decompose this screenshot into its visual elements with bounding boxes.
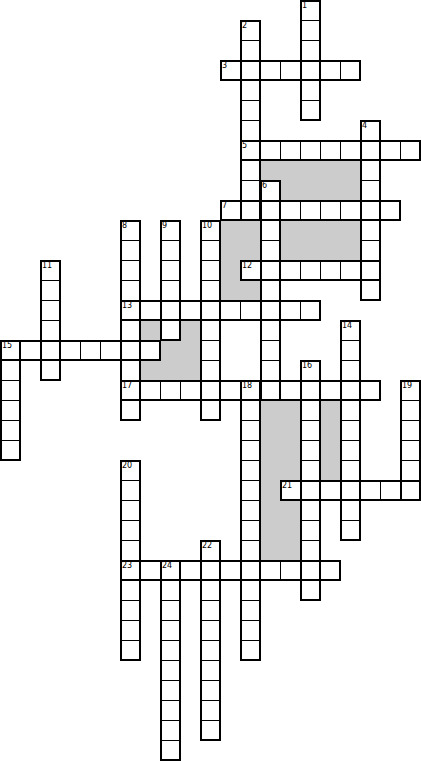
cell[interactable] — [160, 700, 181, 721]
cell[interactable] — [120, 640, 141, 661]
cell[interactable] — [120, 500, 141, 521]
cell[interactable] — [120, 340, 141, 361]
cell[interactable] — [340, 340, 361, 361]
cell[interactable] — [300, 100, 321, 121]
shaded-cell — [320, 440, 341, 461]
cell[interactable] — [260, 300, 281, 321]
cell[interactable] — [120, 320, 141, 341]
cell[interactable] — [160, 240, 181, 261]
cell[interactable] — [300, 40, 321, 61]
cell[interactable] — [240, 500, 261, 521]
cell[interactable] — [200, 340, 221, 361]
cell[interactable] — [320, 140, 341, 161]
cell[interactable] — [200, 720, 221, 741]
cell[interactable] — [260, 60, 281, 81]
cell[interactable] — [400, 380, 421, 401]
cell[interactable] — [240, 400, 261, 421]
cell[interactable] — [360, 280, 381, 301]
cell[interactable] — [160, 600, 181, 621]
cell[interactable] — [200, 400, 221, 421]
cell[interactable] — [360, 120, 381, 141]
cell[interactable] — [340, 200, 361, 221]
cell[interactable] — [220, 300, 241, 321]
shaded-cell — [280, 540, 301, 561]
cell[interactable] — [340, 320, 361, 341]
cell[interactable] — [240, 160, 261, 181]
cell[interactable] — [240, 460, 261, 481]
shaded-cell — [220, 220, 241, 241]
cell[interactable] — [160, 680, 181, 701]
shaded-cell — [320, 460, 341, 481]
cell[interactable] — [200, 640, 221, 661]
cell[interactable] — [220, 560, 241, 581]
cell[interactable] — [300, 300, 321, 321]
cell[interactable] — [120, 560, 141, 581]
shaded-cell — [300, 160, 321, 181]
cell[interactable] — [240, 180, 261, 201]
shaded-cell — [340, 180, 361, 201]
shaded-cell — [220, 240, 241, 261]
shaded-cell — [240, 280, 261, 301]
cell[interactable] — [0, 380, 21, 401]
shaded-cell — [340, 220, 361, 241]
cell[interactable] — [300, 420, 321, 441]
cell[interactable] — [140, 560, 161, 581]
shaded-cell — [140, 320, 161, 341]
shaded-cell — [280, 420, 301, 441]
cell[interactable] — [360, 480, 381, 501]
cell[interactable] — [300, 80, 321, 101]
cell[interactable] — [160, 740, 181, 761]
cell[interactable] — [320, 200, 341, 221]
cell[interactable] — [120, 300, 141, 321]
shaded-cell — [320, 220, 341, 241]
cell[interactable] — [40, 360, 61, 381]
cell[interactable] — [260, 200, 281, 221]
cell[interactable] — [260, 220, 281, 241]
cell[interactable] — [120, 260, 141, 281]
cell[interactable] — [240, 100, 261, 121]
cell[interactable] — [160, 280, 181, 301]
cell[interactable] — [160, 380, 181, 401]
shaded-cell — [260, 540, 281, 561]
cell[interactable] — [160, 720, 181, 741]
shaded-cell — [320, 420, 341, 441]
shaded-cell — [280, 500, 301, 521]
shaded-cell — [140, 360, 161, 381]
shaded-cell — [160, 360, 181, 381]
cell[interactable] — [280, 300, 301, 321]
cell[interactable] — [280, 260, 301, 281]
cell[interactable] — [360, 180, 381, 201]
cell[interactable] — [340, 440, 361, 461]
cell[interactable] — [320, 260, 341, 281]
cell[interactable] — [120, 520, 141, 541]
cell[interactable] — [300, 460, 321, 481]
cell[interactable] — [120, 380, 141, 401]
cell[interactable] — [280, 380, 301, 401]
shaded-cell — [320, 400, 341, 421]
cell[interactable] — [200, 620, 221, 641]
cell[interactable] — [120, 480, 141, 501]
cell[interactable] — [260, 340, 281, 361]
cell[interactable] — [180, 560, 201, 581]
cell[interactable] — [400, 140, 421, 161]
cell[interactable] — [260, 240, 281, 261]
cell[interactable] — [240, 40, 261, 61]
cell[interactable] — [160, 580, 181, 601]
cell[interactable] — [300, 260, 321, 281]
cell[interactable] — [240, 440, 261, 461]
cell[interactable] — [200, 560, 221, 581]
cell[interactable] — [340, 360, 361, 381]
shaded-cell — [280, 400, 301, 421]
cell[interactable] — [40, 300, 61, 321]
cell[interactable] — [300, 400, 321, 421]
cell[interactable] — [200, 360, 221, 381]
cell[interactable] — [20, 340, 41, 361]
cell[interactable] — [120, 620, 141, 641]
cell[interactable] — [200, 540, 221, 561]
shaded-cell — [280, 180, 301, 201]
cell[interactable] — [200, 600, 221, 621]
cell[interactable] — [200, 580, 221, 601]
cell[interactable] — [140, 300, 161, 321]
shaded-cell — [340, 240, 361, 261]
cell[interactable] — [140, 340, 161, 361]
cell[interactable] — [360, 140, 381, 161]
cell[interactable] — [160, 620, 181, 641]
cell[interactable] — [300, 520, 321, 541]
cell[interactable] — [240, 300, 261, 321]
shaded-cell — [240, 240, 261, 261]
shaded-cell — [280, 520, 301, 541]
cell[interactable] — [360, 200, 381, 221]
cell[interactable] — [260, 560, 281, 581]
cell[interactable] — [200, 380, 221, 401]
cell[interactable] — [200, 660, 221, 681]
cell[interactable] — [200, 240, 221, 261]
cell[interactable] — [160, 300, 181, 321]
cell[interactable] — [220, 60, 241, 81]
cell[interactable] — [240, 200, 261, 221]
cell[interactable] — [320, 560, 341, 581]
cell[interactable] — [40, 340, 61, 361]
cell[interactable] — [360, 220, 381, 241]
cell[interactable] — [120, 240, 141, 261]
shaded-cell — [280, 220, 301, 241]
cell[interactable] — [260, 320, 281, 341]
cell[interactable] — [160, 220, 181, 241]
cell[interactable] — [0, 440, 21, 461]
cell[interactable] — [240, 600, 261, 621]
shaded-cell — [260, 440, 281, 461]
cell[interactable] — [300, 380, 321, 401]
shaded-cell — [340, 160, 361, 181]
shaded-cell — [280, 440, 301, 461]
shaded-cell — [260, 420, 281, 441]
cell[interactable] — [300, 200, 321, 221]
cell[interactable] — [280, 140, 301, 161]
cell[interactable] — [240, 380, 261, 401]
cell[interactable] — [340, 460, 361, 481]
shaded-cell — [220, 280, 241, 301]
cell[interactable] — [260, 260, 281, 281]
shaded-cell — [260, 400, 281, 421]
shaded-cell — [300, 220, 321, 241]
cell[interactable] — [260, 360, 281, 381]
cell[interactable] — [240, 540, 261, 561]
cell[interactable] — [240, 560, 261, 581]
cell[interactable] — [240, 580, 261, 601]
cell[interactable] — [120, 600, 141, 621]
cell[interactable] — [320, 60, 341, 81]
cell[interactable] — [260, 280, 281, 301]
shaded-cell — [260, 500, 281, 521]
cell[interactable] — [120, 400, 141, 421]
cell[interactable] — [400, 480, 421, 501]
cell[interactable] — [260, 380, 281, 401]
cell[interactable] — [120, 280, 141, 301]
cell[interactable] — [340, 380, 361, 401]
cell[interactable] — [60, 340, 81, 361]
cell[interactable] — [340, 60, 361, 81]
cell[interactable] — [200, 320, 221, 341]
cell[interactable] — [160, 320, 181, 341]
shaded-cell — [160, 340, 181, 361]
cell[interactable] — [260, 180, 281, 201]
cell[interactable] — [340, 260, 361, 281]
cell[interactable] — [180, 300, 201, 321]
cell[interactable] — [180, 380, 201, 401]
shaded-cell — [320, 240, 341, 261]
cell[interactable] — [300, 560, 321, 581]
shaded-cell — [280, 240, 301, 261]
cell[interactable] — [240, 120, 261, 141]
cell[interactable] — [240, 520, 261, 541]
shaded-cell — [240, 220, 261, 241]
cell[interactable] — [220, 200, 241, 221]
shaded-cell — [260, 520, 281, 541]
cell[interactable] — [400, 440, 421, 461]
shaded-cell — [320, 160, 341, 181]
cell[interactable] — [0, 420, 21, 441]
cell[interactable] — [340, 420, 361, 441]
cell[interactable] — [340, 520, 361, 541]
cell[interactable] — [360, 240, 381, 261]
cell[interactable] — [300, 140, 321, 161]
cell[interactable] — [300, 540, 321, 561]
cell[interactable] — [200, 280, 221, 301]
cell[interactable] — [120, 580, 141, 601]
shaded-cell — [260, 480, 281, 501]
cell[interactable] — [280, 60, 301, 81]
cell[interactable] — [380, 200, 401, 221]
cell[interactable] — [320, 480, 341, 501]
cell[interactable] — [340, 480, 361, 501]
cell[interactable] — [340, 400, 361, 421]
cell[interactable] — [340, 140, 361, 161]
cell[interactable] — [100, 340, 121, 361]
cell[interactable] — [40, 320, 61, 341]
cell[interactable] — [160, 260, 181, 281]
shaded-cell — [280, 460, 301, 481]
cell[interactable] — [400, 400, 421, 421]
cell[interactable] — [240, 620, 261, 641]
cell[interactable] — [320, 380, 341, 401]
cell[interactable] — [200, 260, 221, 281]
cell[interactable] — [240, 480, 261, 501]
cell[interactable] — [120, 460, 141, 481]
cell[interactable] — [380, 480, 401, 501]
cell[interactable] — [300, 60, 321, 81]
cell[interactable] — [0, 400, 21, 421]
cell[interactable] — [200, 220, 221, 241]
cell[interactable] — [300, 480, 321, 501]
cell[interactable] — [160, 660, 181, 681]
cell[interactable] — [40, 260, 61, 281]
cell[interactable] — [340, 500, 361, 521]
cell[interactable] — [240, 80, 261, 101]
cell[interactable] — [160, 560, 181, 581]
cell[interactable] — [300, 20, 321, 41]
shaded-cell — [260, 160, 281, 181]
shaded-cell — [280, 160, 301, 181]
cell[interactable] — [200, 300, 221, 321]
cell[interactable] — [160, 640, 181, 661]
cell[interactable] — [240, 60, 261, 81]
shaded-cell — [320, 180, 341, 201]
cell[interactable] — [80, 340, 101, 361]
crossword-board: 123456789101112131415161718192021222324 — [0, 0, 421, 761]
cell[interactable] — [0, 340, 21, 361]
cell[interactable] — [300, 360, 321, 381]
cell[interactable] — [240, 420, 261, 441]
cell[interactable] — [380, 140, 401, 161]
cell[interactable] — [360, 380, 381, 401]
cell[interactable] — [240, 140, 261, 161]
cell[interactable] — [280, 560, 301, 581]
shaded-cell — [180, 320, 201, 341]
cell[interactable] — [0, 360, 21, 381]
cell[interactable] — [300, 0, 321, 21]
cell[interactable] — [400, 420, 421, 441]
cell[interactable] — [360, 160, 381, 181]
cell[interactable] — [280, 200, 301, 221]
cell[interactable] — [400, 460, 421, 481]
cell[interactable] — [300, 580, 321, 601]
cell[interactable] — [120, 360, 141, 381]
shaded-cell — [260, 460, 281, 481]
cell[interactable] — [200, 680, 221, 701]
shaded-cell — [180, 340, 201, 361]
cell[interactable] — [260, 140, 281, 161]
cell[interactable] — [120, 220, 141, 241]
cell[interactable] — [360, 260, 381, 281]
shaded-cell — [180, 360, 201, 381]
cell[interactable] — [240, 640, 261, 661]
cell[interactable] — [240, 20, 261, 41]
cell[interactable] — [300, 500, 321, 521]
cell[interactable] — [300, 440, 321, 461]
cell[interactable] — [240, 260, 261, 281]
cell[interactable] — [120, 540, 141, 561]
cell[interactable] — [280, 480, 301, 501]
cell[interactable] — [200, 700, 221, 721]
cell[interactable] — [220, 380, 241, 401]
cell[interactable] — [140, 380, 161, 401]
shaded-cell — [300, 180, 321, 201]
shaded-cell — [220, 260, 241, 281]
shaded-cell — [300, 240, 321, 261]
cell[interactable] — [40, 280, 61, 301]
